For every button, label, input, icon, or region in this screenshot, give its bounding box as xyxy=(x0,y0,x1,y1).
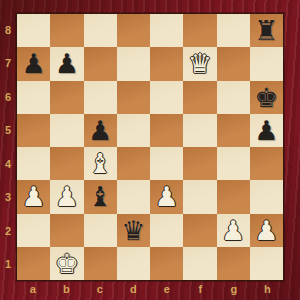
rank-label-7: 7 xyxy=(0,47,16,81)
square-a7[interactable]: ♟ xyxy=(17,47,50,80)
white-queen-f7[interactable]: ♛ xyxy=(188,47,212,80)
square-c5[interactable]: ♟ xyxy=(84,114,117,147)
square-a3[interactable]: ♟ xyxy=(17,180,50,213)
square-a5[interactable] xyxy=(17,114,50,147)
square-c3[interactable]: ♝ xyxy=(84,180,117,213)
square-d6[interactable] xyxy=(117,81,150,114)
square-a2[interactable] xyxy=(17,214,50,247)
square-b8[interactable] xyxy=(50,14,83,47)
square-d2[interactable]: ♛ xyxy=(117,214,150,247)
square-g5[interactable] xyxy=(217,114,250,147)
square-a4[interactable] xyxy=(17,147,50,180)
file-label-e: e xyxy=(150,280,184,300)
square-h1[interactable] xyxy=(250,247,283,280)
square-d1[interactable] xyxy=(117,247,150,280)
black-bishop-c3[interactable]: ♝ xyxy=(88,180,112,213)
square-b2[interactable] xyxy=(50,214,83,247)
rank-label-6: 6 xyxy=(0,80,16,114)
rank-labels: 87654321 xyxy=(0,13,16,281)
square-f8[interactable] xyxy=(183,14,216,47)
rank-label-4: 4 xyxy=(0,147,16,181)
square-c7[interactable] xyxy=(84,47,117,80)
square-a6[interactable] xyxy=(17,81,50,114)
white-pawn-e3[interactable]: ♟ xyxy=(155,180,179,213)
square-d5[interactable] xyxy=(117,114,150,147)
square-g7[interactable] xyxy=(217,47,250,80)
square-b5[interactable] xyxy=(50,114,83,147)
square-c2[interactable] xyxy=(84,214,117,247)
chess-board: ♜♟♟♛♚♟♟♝♟♟♝♟♛♟♟♚ xyxy=(16,13,284,281)
white-pawn-b3[interactable]: ♟ xyxy=(55,180,79,213)
file-label-b: b xyxy=(50,280,84,300)
square-g3[interactable] xyxy=(217,180,250,213)
square-c4[interactable]: ♝ xyxy=(84,147,117,180)
square-g8[interactable] xyxy=(217,14,250,47)
chess-board-frame: 87654321 abcdefgh ♜♟♟♛♚♟♟♝♟♟♝♟♛♟♟♚ xyxy=(0,0,300,300)
square-h5[interactable]: ♟ xyxy=(250,114,283,147)
file-label-f: f xyxy=(184,280,218,300)
square-c8[interactable] xyxy=(84,14,117,47)
black-queen-d2[interactable]: ♛ xyxy=(121,214,145,247)
black-pawn-h5[interactable]: ♟ xyxy=(254,114,278,147)
file-label-h: h xyxy=(251,280,285,300)
square-b1[interactable]: ♚ xyxy=(50,247,83,280)
file-label-d: d xyxy=(117,280,151,300)
white-pawn-h2[interactable]: ♟ xyxy=(254,214,278,247)
rank-label-5: 5 xyxy=(0,114,16,148)
square-h2[interactable]: ♟ xyxy=(250,214,283,247)
white-pawn-a3[interactable]: ♟ xyxy=(22,180,46,213)
black-pawn-a7[interactable]: ♟ xyxy=(22,47,46,80)
square-b7[interactable]: ♟ xyxy=(50,47,83,80)
square-d3[interactable] xyxy=(117,180,150,213)
square-h4[interactable] xyxy=(250,147,283,180)
square-f3[interactable] xyxy=(183,180,216,213)
square-f2[interactable] xyxy=(183,214,216,247)
square-a1[interactable] xyxy=(17,247,50,280)
black-pawn-c5[interactable]: ♟ xyxy=(88,114,112,147)
file-labels: abcdefgh xyxy=(16,280,284,300)
square-f1[interactable] xyxy=(183,247,216,280)
square-e4[interactable] xyxy=(150,147,183,180)
square-d8[interactable] xyxy=(117,14,150,47)
square-e2[interactable] xyxy=(150,214,183,247)
square-e1[interactable] xyxy=(150,247,183,280)
square-e5[interactable] xyxy=(150,114,183,147)
square-a8[interactable] xyxy=(17,14,50,47)
file-label-g: g xyxy=(217,280,251,300)
black-king-h6[interactable]: ♚ xyxy=(254,81,278,114)
square-e7[interactable] xyxy=(150,47,183,80)
square-g6[interactable] xyxy=(217,81,250,114)
square-e8[interactable] xyxy=(150,14,183,47)
rank-label-3: 3 xyxy=(0,181,16,215)
square-c6[interactable] xyxy=(84,81,117,114)
square-c1[interactable] xyxy=(84,247,117,280)
rank-label-2: 2 xyxy=(0,214,16,248)
square-h7[interactable] xyxy=(250,47,283,80)
square-g1[interactable] xyxy=(217,247,250,280)
square-b6[interactable] xyxy=(50,81,83,114)
white-pawn-g2[interactable]: ♟ xyxy=(221,214,245,247)
square-f4[interactable] xyxy=(183,147,216,180)
square-e6[interactable] xyxy=(150,81,183,114)
square-h8[interactable]: ♜ xyxy=(250,14,283,47)
rank-label-8: 8 xyxy=(0,13,16,47)
square-h3[interactable] xyxy=(250,180,283,213)
square-f5[interactable] xyxy=(183,114,216,147)
square-f7[interactable]: ♛ xyxy=(183,47,216,80)
square-g2[interactable]: ♟ xyxy=(217,214,250,247)
file-label-a: a xyxy=(16,280,50,300)
white-bishop-c4[interactable]: ♝ xyxy=(88,147,112,180)
square-h6[interactable]: ♚ xyxy=(250,81,283,114)
square-d7[interactable] xyxy=(117,47,150,80)
file-label-c: c xyxy=(83,280,117,300)
square-g4[interactable] xyxy=(217,147,250,180)
white-king-b1[interactable]: ♚ xyxy=(55,247,79,280)
square-d4[interactable] xyxy=(117,147,150,180)
square-b4[interactable] xyxy=(50,147,83,180)
square-f6[interactable] xyxy=(183,81,216,114)
black-rook-h8[interactable]: ♜ xyxy=(254,14,278,47)
black-pawn-b7[interactable]: ♟ xyxy=(55,47,79,80)
square-e3[interactable]: ♟ xyxy=(150,180,183,213)
square-b3[interactable]: ♟ xyxy=(50,180,83,213)
rank-label-1: 1 xyxy=(0,248,16,282)
